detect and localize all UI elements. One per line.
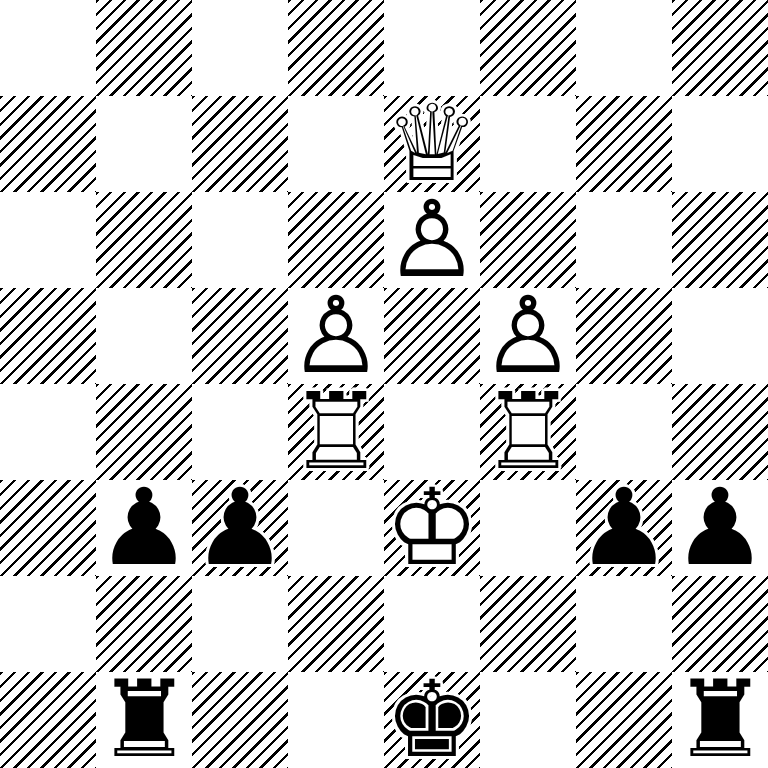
black-rook[interactable]: ♜ bbox=[672, 672, 768, 768]
square-f3[interactable] bbox=[480, 480, 576, 576]
square-b2[interactable] bbox=[96, 576, 192, 672]
square-d5[interactable]: ♟♙ bbox=[288, 288, 384, 384]
square-c1[interactable] bbox=[192, 672, 288, 768]
square-b3[interactable]: ♟♟ bbox=[96, 480, 192, 576]
black-rook[interactable]: ♜ bbox=[96, 672, 192, 768]
square-h4[interactable] bbox=[672, 384, 768, 480]
square-g3[interactable]: ♟♟ bbox=[576, 480, 672, 576]
square-h3[interactable]: ♟♟ bbox=[672, 480, 768, 576]
black-pawn[interactable]: ♟ bbox=[192, 480, 288, 576]
square-d8[interactable] bbox=[288, 0, 384, 96]
black-pawn[interactable]: ♟ bbox=[576, 480, 672, 576]
square-f8[interactable] bbox=[480, 0, 576, 96]
square-e3[interactable]: ♚♔ bbox=[384, 480, 480, 576]
white-pawn[interactable]: ♙ bbox=[384, 192, 480, 288]
square-a5[interactable] bbox=[0, 288, 96, 384]
square-g8[interactable] bbox=[576, 0, 672, 96]
square-b6[interactable] bbox=[96, 192, 192, 288]
square-h2[interactable] bbox=[672, 576, 768, 672]
square-g5[interactable] bbox=[576, 288, 672, 384]
chess-board: ♛♕♟♙♟♙♟♙♜♖♜♖♟♟♟♟♚♔♟♟♟♟♜♜♚♚♜♜ bbox=[0, 0, 768, 768]
square-a2[interactable] bbox=[0, 576, 96, 672]
square-e4[interactable] bbox=[384, 384, 480, 480]
square-a7[interactable] bbox=[0, 96, 96, 192]
black-pawn[interactable]: ♟ bbox=[96, 480, 192, 576]
square-h8[interactable] bbox=[672, 0, 768, 96]
square-a8[interactable] bbox=[0, 0, 96, 96]
square-b5[interactable] bbox=[96, 288, 192, 384]
square-f5[interactable]: ♟♙ bbox=[480, 288, 576, 384]
square-c3[interactable]: ♟♟ bbox=[192, 480, 288, 576]
square-e2[interactable] bbox=[384, 576, 480, 672]
white-pawn[interactable]: ♙ bbox=[288, 288, 384, 384]
square-d6[interactable] bbox=[288, 192, 384, 288]
square-g6[interactable] bbox=[576, 192, 672, 288]
black-pawn[interactable]: ♟ bbox=[672, 480, 768, 576]
square-c4[interactable] bbox=[192, 384, 288, 480]
square-g1[interactable] bbox=[576, 672, 672, 768]
square-a1[interactable] bbox=[0, 672, 96, 768]
white-pawn[interactable]: ♙ bbox=[480, 288, 576, 384]
square-d7[interactable] bbox=[288, 96, 384, 192]
square-f2[interactable] bbox=[480, 576, 576, 672]
square-b4[interactable] bbox=[96, 384, 192, 480]
square-f4[interactable]: ♜♖ bbox=[480, 384, 576, 480]
white-rook[interactable]: ♖ bbox=[288, 384, 384, 480]
square-e6[interactable]: ♟♙ bbox=[384, 192, 480, 288]
square-d1[interactable] bbox=[288, 672, 384, 768]
square-g4[interactable] bbox=[576, 384, 672, 480]
white-king[interactable]: ♔ bbox=[384, 480, 480, 576]
square-h1[interactable]: ♜♜ bbox=[672, 672, 768, 768]
square-c5[interactable] bbox=[192, 288, 288, 384]
square-f7[interactable] bbox=[480, 96, 576, 192]
white-queen[interactable]: ♕ bbox=[384, 96, 480, 192]
square-g7[interactable] bbox=[576, 96, 672, 192]
square-e1[interactable]: ♚♚ bbox=[384, 672, 480, 768]
square-f1[interactable] bbox=[480, 672, 576, 768]
square-c7[interactable] bbox=[192, 96, 288, 192]
square-h6[interactable] bbox=[672, 192, 768, 288]
square-c2[interactable] bbox=[192, 576, 288, 672]
black-king[interactable]: ♚ bbox=[384, 672, 480, 768]
square-a3[interactable] bbox=[0, 480, 96, 576]
square-b8[interactable] bbox=[96, 0, 192, 96]
square-e5[interactable] bbox=[384, 288, 480, 384]
square-c8[interactable] bbox=[192, 0, 288, 96]
square-d3[interactable] bbox=[288, 480, 384, 576]
square-d4[interactable]: ♜♖ bbox=[288, 384, 384, 480]
square-c6[interactable] bbox=[192, 192, 288, 288]
square-a6[interactable] bbox=[0, 192, 96, 288]
square-e7[interactable]: ♛♕ bbox=[384, 96, 480, 192]
square-h7[interactable] bbox=[672, 96, 768, 192]
square-a4[interactable] bbox=[0, 384, 96, 480]
square-b7[interactable] bbox=[96, 96, 192, 192]
square-e8[interactable] bbox=[384, 0, 480, 96]
square-f6[interactable] bbox=[480, 192, 576, 288]
square-g2[interactable] bbox=[576, 576, 672, 672]
square-b1[interactable]: ♜♜ bbox=[96, 672, 192, 768]
white-rook[interactable]: ♖ bbox=[480, 384, 576, 480]
square-d2[interactable] bbox=[288, 576, 384, 672]
square-h5[interactable] bbox=[672, 288, 768, 384]
